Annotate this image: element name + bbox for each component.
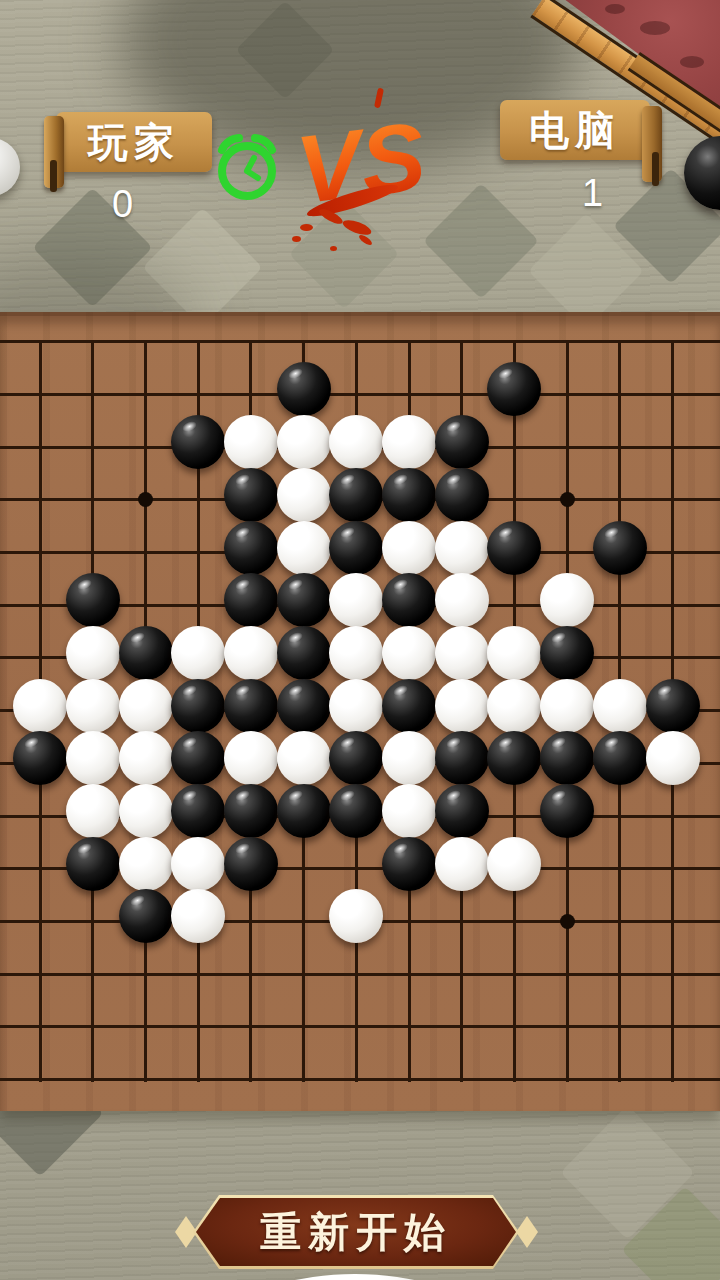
white-stone — [646, 731, 700, 785]
grid-line-horizontal — [0, 340, 720, 343]
white-stone — [66, 626, 120, 680]
white-stone — [382, 521, 436, 575]
white-stone — [171, 626, 225, 680]
black-stone — [540, 784, 594, 838]
grid-line-horizontal — [0, 393, 720, 396]
black-stone — [224, 679, 278, 733]
black-stone — [329, 784, 383, 838]
white-stone — [435, 521, 489, 575]
white-stone — [171, 889, 225, 943]
black-stone — [382, 573, 436, 627]
black-stone — [171, 679, 225, 733]
white-stone — [66, 784, 120, 838]
black-stone — [224, 521, 278, 575]
white-stone — [119, 731, 173, 785]
black-stone — [224, 468, 278, 522]
black-stone — [540, 626, 594, 680]
white-stone — [329, 573, 383, 627]
white-stone — [277, 731, 331, 785]
black-stone — [329, 468, 383, 522]
black-stone — [277, 784, 331, 838]
black-stone — [487, 362, 541, 416]
black-stone — [277, 626, 331, 680]
white-stone — [277, 468, 331, 522]
black-stone — [224, 837, 278, 891]
white-stone — [435, 679, 489, 733]
white-stone — [382, 626, 436, 680]
black-stone — [66, 573, 120, 627]
white-stone — [540, 573, 594, 627]
black-stone — [593, 521, 647, 575]
black-stone — [171, 784, 225, 838]
white-stone — [382, 731, 436, 785]
white-stone — [119, 679, 173, 733]
black-stone — [435, 415, 489, 469]
white-stone — [329, 679, 383, 733]
black-stone — [435, 731, 489, 785]
white-stone — [382, 784, 436, 838]
black-stone — [119, 889, 173, 943]
white-stone — [66, 679, 120, 733]
black-stone — [119, 626, 173, 680]
white-stone — [540, 679, 594, 733]
white-stone — [66, 731, 120, 785]
black-stone — [435, 784, 489, 838]
black-stone — [382, 468, 436, 522]
black-stone — [382, 679, 436, 733]
black-stone — [277, 573, 331, 627]
white-stone — [487, 837, 541, 891]
grid-line-horizontal — [0, 973, 720, 976]
white-stone — [382, 415, 436, 469]
white-stone — [119, 784, 173, 838]
white-stone — [171, 837, 225, 891]
star-point — [560, 914, 575, 929]
white-stone — [224, 626, 278, 680]
black-stone — [329, 731, 383, 785]
gomoku-board[interactable] — [0, 0, 720, 1280]
black-stone — [171, 731, 225, 785]
black-stone — [66, 837, 120, 891]
white-stone — [224, 731, 278, 785]
restart-button[interactable]: 重新开始 — [193, 1195, 519, 1269]
black-stone — [487, 731, 541, 785]
white-stone — [224, 415, 278, 469]
black-stone — [13, 731, 67, 785]
white-stone — [277, 415, 331, 469]
black-stone — [382, 837, 436, 891]
white-stone — [277, 521, 331, 575]
black-stone — [277, 679, 331, 733]
black-stone — [593, 731, 647, 785]
white-stone — [13, 679, 67, 733]
white-stone — [435, 626, 489, 680]
game-screen: 玩家 0 VS 电脑 1 重新开始 — [0, 0, 720, 1280]
black-stone — [171, 415, 225, 469]
white-stone — [435, 573, 489, 627]
black-stone — [224, 784, 278, 838]
star-point — [138, 492, 153, 507]
white-stone — [487, 679, 541, 733]
white-stone — [593, 679, 647, 733]
black-stone — [487, 521, 541, 575]
restart-button-label: 重新开始 — [196, 1198, 516, 1266]
star-point — [560, 492, 575, 507]
white-stone — [329, 889, 383, 943]
black-stone — [435, 468, 489, 522]
black-stone — [329, 521, 383, 575]
black-stone — [540, 731, 594, 785]
grid-line-horizontal — [0, 1025, 720, 1028]
white-stone — [119, 837, 173, 891]
black-stone — [277, 362, 331, 416]
white-stone — [435, 837, 489, 891]
grid-line-horizontal — [0, 1078, 720, 1081]
black-stone — [224, 573, 278, 627]
white-stone — [329, 626, 383, 680]
white-stone — [487, 626, 541, 680]
white-stone — [329, 415, 383, 469]
black-stone — [646, 679, 700, 733]
